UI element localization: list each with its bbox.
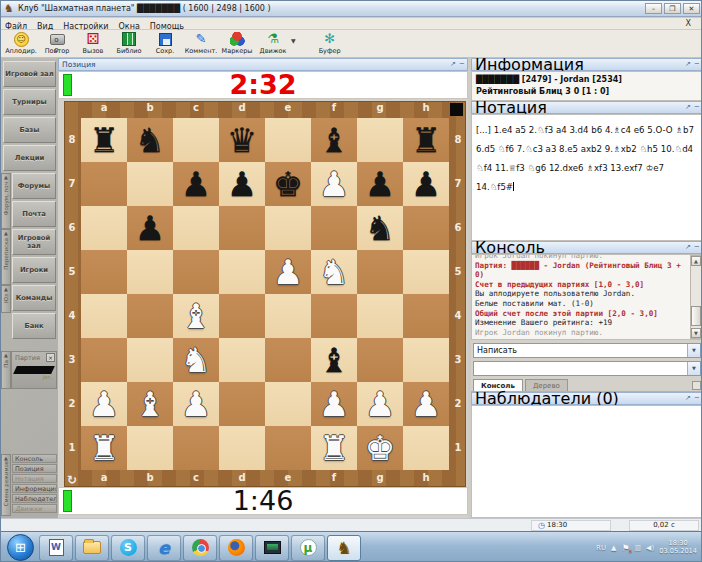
toolbar-button-label: Коммент. bbox=[185, 47, 218, 55]
collapsed-tab-label: Па bbox=[3, 360, 9, 368]
start-button[interactable]: ⊞ bbox=[7, 534, 34, 561]
white-clock-time: 1:46 bbox=[59, 485, 467, 516]
collapsed-tab-4[interactable]: ▲Па bbox=[1, 351, 11, 389]
toolbar-button-[interactable]: ⚗Движок bbox=[255, 31, 291, 57]
tabs-mini-button[interactable] bbox=[692, 381, 701, 390]
toolbar-button-label: Маркеры bbox=[222, 47, 253, 55]
white-piece-n-c3[interactable]: ♞ bbox=[173, 338, 219, 382]
square-h8[interactable]: ♜ bbox=[403, 118, 449, 162]
board-grid: ♜♞♛♝♜♟♟♚♟♟♟♟♞♟♞♝♞♝♟♝♟♟♟♟♜♜♚ bbox=[81, 118, 449, 470]
game-tab-opponent: Jor.. bbox=[12, 374, 56, 380]
rank-label-right-2: 2 bbox=[452, 382, 464, 426]
hidden-icons-button[interactable]: ▲ bbox=[611, 544, 616, 552]
rank-label-left-6: 6 bbox=[66, 206, 78, 250]
file-label-bottom-g: g bbox=[357, 472, 403, 483]
square-f4[interactable] bbox=[311, 294, 357, 338]
square-g1[interactable]: ♚ bbox=[357, 426, 403, 470]
black-piece-q-d8[interactable]: ♛ bbox=[219, 118, 265, 162]
collapsed-tab-1[interactable]: ▲Форум, поч bbox=[1, 173, 11, 229]
puzzle-icon: ✻ bbox=[324, 31, 335, 47]
rank-label-right-4: 4 bbox=[452, 294, 464, 338]
black-piece-p-h7[interactable]: ♟ bbox=[403, 162, 449, 206]
white-piece-p-e5[interactable]: ♟ bbox=[265, 250, 311, 294]
toolbar-button-[interactable]: ⚄Вызов bbox=[75, 31, 111, 57]
collapsed-tab-label: Юз bbox=[3, 294, 9, 303]
undock-icon[interactable]: ↗ bbox=[685, 394, 691, 403]
toolbar-button-[interactable]: ✻Буфер bbox=[312, 31, 348, 57]
collapse-arrow-icon: ▲ bbox=[4, 286, 8, 292]
app-icon: ♞ bbox=[4, 3, 14, 14]
square-e7[interactable]: ♚ bbox=[265, 162, 311, 206]
square-b5[interactable] bbox=[127, 250, 173, 294]
square-g7[interactable]: ♟ bbox=[357, 162, 403, 206]
robot-icon: o o bbox=[50, 34, 65, 45]
taskbar-skype-button[interactable]: S bbox=[111, 535, 145, 561]
square-a3[interactable] bbox=[81, 338, 127, 382]
square-e8[interactable] bbox=[265, 118, 311, 162]
mode-switcher-label: Смена режимов bbox=[3, 461, 9, 506]
maximize-button[interactable]: ❐ bbox=[664, 3, 681, 14]
square-d1[interactable] bbox=[219, 426, 265, 470]
toolbar-button-label: Сохр. bbox=[156, 47, 175, 55]
square-b1[interactable] bbox=[127, 426, 173, 470]
square-c6[interactable] bbox=[173, 206, 219, 250]
square-g5[interactable] bbox=[357, 250, 403, 294]
statusbar: ◷ 18:30 0,02 с bbox=[1, 518, 702, 531]
mode-item-позиция[interactable]: Позиция bbox=[12, 464, 57, 473]
position-panel: Позиция ↗ ─ 2:32 ♜♞♛♝♜♟♟♚♟♟♟♟♞♟♞♝♞♝♟♝♟♟♟… bbox=[58, 58, 468, 518]
tray-date: 03.05.2014 bbox=[659, 547, 697, 555]
collapsed-tab-label: Переписка bbox=[3, 238, 9, 270]
info-panel-header: Информация ↗─ bbox=[471, 58, 702, 71]
toolbar-button-[interactable]: o oПовтор bbox=[39, 31, 75, 57]
window-title: Клуб "Шахматная планета" ███████ ( 1600 … bbox=[18, 4, 271, 13]
taskbar-monitor-button[interactable] bbox=[255, 535, 289, 561]
sidebar-item-игровой-зал[interactable]: Игровой зал bbox=[12, 229, 56, 255]
square-a5[interactable] bbox=[81, 250, 127, 294]
console-line: Партия: ██████ - Jordan (Рейтинговый Бли… bbox=[475, 261, 688, 280]
taskbar-folder-button[interactable] bbox=[75, 535, 109, 561]
square-c2[interactable]: ♟ bbox=[173, 382, 219, 426]
collapse-icon[interactable]: ─ bbox=[695, 60, 699, 69]
sidebar-item-форумы[interactable]: Форумы bbox=[12, 173, 56, 199]
rank-label-left-8: 8 bbox=[66, 118, 78, 162]
console-output: Игрок Jordan покинул партию.Партия: ████… bbox=[471, 254, 702, 340]
taskbar-chrome-button[interactable] bbox=[183, 535, 217, 561]
black-piece-p-d7[interactable]: ♟ bbox=[219, 162, 265, 206]
white-piece-k-g1[interactable]: ♚ bbox=[357, 426, 403, 470]
white-piece-p-h2[interactable]: ♟ bbox=[403, 382, 449, 426]
file-label-bottom-a: a bbox=[81, 472, 127, 483]
toolbar-button-label: Аплодир. bbox=[5, 47, 37, 55]
chess-club-window: ♞ Клуб "Шахматная планета" ███████ ( 160… bbox=[0, 0, 702, 562]
square-h7[interactable]: ♟ bbox=[403, 162, 449, 206]
square-d3[interactable] bbox=[219, 338, 265, 382]
square-a8[interactable]: ♜ bbox=[81, 118, 127, 162]
square-e6[interactable] bbox=[265, 206, 311, 250]
square-c3[interactable]: ♞ bbox=[173, 338, 219, 382]
status-time-cell: ◷ 18:30 bbox=[531, 520, 611, 531]
scroll-down-icon[interactable]: ▼ bbox=[691, 328, 701, 338]
square-d8[interactable]: ♛ bbox=[219, 118, 265, 162]
toolbar-button-[interactable]: ☺Аплодир. bbox=[3, 31, 39, 57]
toolbar: ☺Аплодир.o oПовтор⚄ВызовБиблиоСохр.✎Комм… bbox=[1, 30, 702, 58]
square-f7[interactable]: ♟ bbox=[311, 162, 357, 206]
event-line: Рейтинговый Блиц 3 0 [1 : 0] bbox=[476, 86, 698, 98]
status-time: 18:30 bbox=[547, 521, 567, 530]
square-e5[interactable]: ♟ bbox=[265, 250, 311, 294]
black-piece-b-f3[interactable]: ♝ bbox=[311, 338, 357, 382]
collapsed-tab-3[interactable]: ▲Юз bbox=[1, 285, 11, 313]
position-panel-title: Позиция bbox=[62, 60, 96, 69]
ie-icon: e bbox=[158, 538, 170, 558]
utorrent-icon: µ bbox=[300, 539, 317, 556]
square-b7[interactable] bbox=[127, 162, 173, 206]
taskbar-firefox-button[interactable] bbox=[219, 535, 253, 561]
square-b4[interactable] bbox=[127, 294, 173, 338]
clock-icon: ◷ bbox=[538, 521, 545, 530]
collapse-icon[interactable]: ─ bbox=[695, 394, 699, 403]
minimize-button[interactable]: – bbox=[645, 3, 662, 14]
undock-icon[interactable]: ↗ bbox=[685, 243, 691, 252]
square-a1[interactable]: ♜ bbox=[81, 426, 127, 470]
white-piece-p-f7[interactable]: ♟ bbox=[311, 162, 357, 206]
chess-board: ♜♞♛♝♜♟♟♚♟♟♟♟♞♟♞♝♞♝♟♝♟♟♟♟♜♜♚ ↻ aabbccddee… bbox=[64, 101, 466, 487]
square-g6[interactable]: ♞ bbox=[357, 206, 403, 250]
square-e1[interactable] bbox=[265, 426, 311, 470]
flask-icon: ⚗ bbox=[267, 31, 279, 47]
toolbar-button-[interactable]: Библио bbox=[111, 31, 147, 57]
file-label-bottom-e: e bbox=[265, 472, 311, 483]
right-panel: Информация ↗─ ███████ [2479] - Jordan [2… bbox=[471, 58, 702, 518]
console-line: Белые поставили мат. (1-0) bbox=[475, 299, 688, 309]
folder-icon bbox=[83, 541, 101, 554]
collapsed-tab-label: Форум, поч bbox=[3, 182, 9, 215]
mode-switcher-strip[interactable]: ▲ Смена режимов bbox=[1, 454, 11, 516]
collapse-arrow-icon: ▲ bbox=[4, 174, 8, 180]
books-icon bbox=[122, 32, 136, 46]
file-label-top-b: b bbox=[127, 102, 173, 113]
black-piece-r-a8[interactable]: ♜ bbox=[81, 118, 127, 162]
sidebar-item-почта[interactable]: Почта bbox=[12, 201, 56, 227]
square-a7[interactable] bbox=[81, 162, 127, 206]
sidebar-item-игроки[interactable]: Игроки bbox=[12, 257, 56, 283]
square-b2[interactable]: ♝ bbox=[127, 382, 173, 426]
white-piece-p-g2[interactable]: ♟ bbox=[357, 382, 403, 426]
square-d6[interactable] bbox=[219, 206, 265, 250]
monitor-icon bbox=[264, 541, 281, 554]
smiley-icon: ☺ bbox=[14, 32, 29, 47]
taskbar: ⊞ WSeµ♞ RU ▲ ⚑ ▥ ◀) 18:30 03.05.2014 bbox=[1, 531, 702, 562]
sidebar-item-лекции[interactable]: Лекции bbox=[3, 145, 56, 171]
square-a4[interactable] bbox=[81, 294, 127, 338]
file-label-bottom-c: c bbox=[173, 472, 219, 483]
black-piece-n-g6[interactable]: ♞ bbox=[357, 206, 403, 250]
console-scrollbar[interactable]: ▲ ▼ bbox=[690, 255, 702, 339]
square-d5[interactable] bbox=[219, 250, 265, 294]
mode-switcher: ▲ Смена режимов КонсольПозицияНотацияИнф… bbox=[1, 454, 58, 516]
console-panel-header: Консоль ↗─ bbox=[471, 241, 702, 254]
taskbar-word-button[interactable]: W bbox=[39, 535, 73, 561]
square-b3[interactable] bbox=[127, 338, 173, 382]
file-label-bottom-f: f bbox=[311, 472, 357, 483]
black-piece-p-g7[interactable]: ♟ bbox=[357, 162, 403, 206]
mode-item-движки[interactable]: Движки bbox=[12, 504, 57, 513]
black-piece-p-b6[interactable]: ♟ bbox=[127, 206, 173, 250]
info-panel-body: ███████ [2479] - Jordan [2534] Рейтингов… bbox=[471, 71, 702, 101]
undock-icon[interactable]: ↗ bbox=[685, 60, 691, 69]
toolbar-button-[interactable]: Маркеры bbox=[219, 31, 255, 57]
square-f1[interactable]: ♜ bbox=[311, 426, 357, 470]
volume-icon[interactable]: ◀) bbox=[646, 544, 654, 552]
observers-list bbox=[471, 405, 702, 518]
white-clock: 1:46 bbox=[58, 487, 468, 515]
square-g4[interactable] bbox=[357, 294, 403, 338]
white-piece-p-f2[interactable]: ♟ bbox=[311, 382, 357, 426]
engine-dropdown-icon[interactable]: ▼ bbox=[291, 37, 296, 44]
notation-panel-header: Нотация ↗─ bbox=[471, 101, 702, 114]
square-e3[interactable] bbox=[265, 338, 311, 382]
white-piece-p-a2[interactable]: ♟ bbox=[81, 382, 127, 426]
scrollbar-thumb[interactable] bbox=[691, 306, 701, 326]
file-label-top-a: a bbox=[81, 102, 127, 113]
rank-label-right-3: 3 bbox=[452, 338, 464, 382]
file-label-top-h: h bbox=[403, 102, 449, 113]
file-label-bottom-d: d bbox=[219, 472, 265, 483]
console-line: Изменение Вашего рейтинга: +19 bbox=[475, 318, 688, 328]
white-piece-b-b2[interactable]: ♝ bbox=[127, 382, 173, 426]
rank-label-right-8: 8 bbox=[452, 118, 464, 162]
collapse-icon[interactable]: ─ bbox=[695, 243, 699, 252]
sidebar: Партия × Jor.. ▲ Смена режимов КонсольПо… bbox=[1, 58, 58, 518]
network-icon[interactable]: ▥ bbox=[634, 544, 641, 552]
toolbar-button-label: Вызов bbox=[83, 47, 104, 55]
white-piece-b-c4[interactable]: ♝ bbox=[173, 294, 219, 338]
black-piece-n-b8[interactable]: ♞ bbox=[127, 118, 173, 162]
square-h5[interactable] bbox=[403, 250, 449, 294]
taskbar-utorrent-button[interactable]: µ bbox=[291, 535, 325, 561]
rank-label-right-1: 1 bbox=[452, 426, 464, 470]
toolbar-button-label: Повтор bbox=[45, 47, 70, 55]
notation-panel-body[interactable]: [...] 1.e4 a5 2.♘f3 a4 3.d4 b6 4.♗c4 e6 … bbox=[471, 114, 702, 241]
file-label-top-g: g bbox=[357, 102, 403, 113]
floppy-icon bbox=[159, 33, 172, 46]
square-g2[interactable]: ♟ bbox=[357, 382, 403, 426]
menubar: ФайлВидНастройкиОкнаПомощь X bbox=[1, 18, 702, 30]
move-list: [...] 1.e4 a5 2.♘f3 a4 3.d4 b6 4.♗c4 e6 … bbox=[476, 125, 694, 192]
pencil-icon: ✎ bbox=[196, 31, 207, 47]
square-f3[interactable]: ♝ bbox=[311, 338, 357, 382]
status-latency-cell: 0,02 с bbox=[629, 520, 699, 531]
white-piece-n-f5[interactable]: ♞ bbox=[311, 250, 357, 294]
square-a2[interactable]: ♟ bbox=[81, 382, 127, 426]
mode-item-консоль[interactable]: Консоль bbox=[12, 454, 57, 463]
action-center-flag-icon[interactable]: ⚑ bbox=[621, 543, 629, 553]
black-piece-r-h8[interactable]: ♜ bbox=[403, 118, 449, 162]
black-piece-b-f8[interactable]: ♝ bbox=[311, 118, 357, 162]
rgb-circles-icon bbox=[230, 32, 245, 46]
game-tab-label: Партия bbox=[15, 354, 40, 362]
system-tray: RU ▲ ⚑ ▥ ◀) 18:30 03.05.2014 bbox=[596, 540, 701, 555]
rank-label-right-5: 5 bbox=[452, 250, 464, 294]
chess-icon: ♞ bbox=[336, 538, 351, 558]
square-b8[interactable]: ♞ bbox=[127, 118, 173, 162]
players-line: ███████ [2479] - Jordan [2534] bbox=[476, 74, 698, 86]
square-h1[interactable] bbox=[403, 426, 449, 470]
taskbar-chess-button[interactable]: ♞ bbox=[327, 535, 361, 561]
game-tab[interactable]: Партия × Jor.. bbox=[11, 351, 57, 389]
undock-icon[interactable]: ↗ bbox=[450, 60, 456, 69]
rank-label-left-5: 5 bbox=[66, 250, 78, 294]
collapse-arrow-icon: ▲ bbox=[4, 352, 8, 358]
menu-close-button[interactable]: X bbox=[686, 19, 699, 28]
chrome-icon bbox=[192, 539, 209, 556]
square-a6[interactable] bbox=[81, 206, 127, 250]
square-h2[interactable]: ♟ bbox=[403, 382, 449, 426]
square-f6[interactable] bbox=[311, 206, 357, 250]
sidebar-item-игровой-зал[interactable]: Игровой зал bbox=[3, 61, 56, 87]
square-f5[interactable]: ♞ bbox=[311, 250, 357, 294]
rank-label-left-1: 1 bbox=[66, 426, 78, 470]
black-piece-k-e7[interactable]: ♚ bbox=[265, 162, 311, 206]
square-g8[interactable] bbox=[357, 118, 403, 162]
square-h6[interactable] bbox=[403, 206, 449, 250]
write-dropdown-value: Написать bbox=[474, 344, 700, 357]
square-f8[interactable]: ♝ bbox=[311, 118, 357, 162]
square-c1[interactable] bbox=[173, 426, 219, 470]
word-icon: W bbox=[49, 539, 64, 556]
square-c7[interactable]: ♟ bbox=[173, 162, 219, 206]
rank-label-left-4: 4 bbox=[66, 294, 78, 338]
black-piece-p-c7[interactable]: ♟ bbox=[173, 162, 219, 206]
toolbar-button-[interactable]: Сохр. bbox=[147, 31, 183, 57]
black-clock: 2:32 bbox=[58, 71, 468, 99]
console-line: Игрок Jordan покинул партию. bbox=[475, 328, 688, 338]
language-indicator[interactable]: RU bbox=[596, 544, 606, 552]
console-line: Вы аплодируете пользователю Jordan. bbox=[475, 289, 688, 299]
status-latency: 0,02 с bbox=[653, 521, 675, 530]
mode-item-нотация[interactable]: Нотация bbox=[12, 474, 57, 483]
file-label-top-e: e bbox=[265, 102, 311, 113]
console-line: Игрок Jordan покинул партию. bbox=[475, 254, 688, 261]
side-to-move-indicator bbox=[450, 103, 463, 116]
square-c5[interactable] bbox=[173, 250, 219, 294]
close-button[interactable]: ✕ bbox=[683, 3, 700, 14]
sidebar-item-банк[interactable]: Банк bbox=[12, 313, 56, 339]
collapse-arrow-icon: ▲ bbox=[4, 230, 8, 236]
square-d2[interactable] bbox=[219, 382, 265, 426]
square-f2[interactable]: ♟ bbox=[311, 382, 357, 426]
rank-label-left-2: 2 bbox=[66, 382, 78, 426]
undock-icon[interactable]: ↗ bbox=[685, 103, 691, 112]
collapse-icon[interactable]: ─ bbox=[460, 60, 464, 69]
text-cursor bbox=[513, 182, 514, 191]
collapse-icon[interactable]: ─ bbox=[695, 103, 699, 112]
file-label-bottom-h: h bbox=[403, 472, 449, 483]
square-c4[interactable]: ♝ bbox=[173, 294, 219, 338]
dice-icon: ⚄ bbox=[86, 31, 99, 47]
console-line: Счет в предыдущих партиях [1,0 - 3,0] bbox=[475, 280, 688, 290]
rank-label-right-7: 7 bbox=[452, 162, 464, 206]
black-clock-time: 2:32 bbox=[59, 69, 467, 100]
collapsed-tab-2[interactable]: ▲Переписка bbox=[1, 229, 11, 285]
square-d4[interactable] bbox=[219, 294, 265, 338]
toolbar-button-label: Буфер bbox=[319, 47, 341, 55]
skype-icon: S bbox=[120, 539, 137, 556]
chat-input[interactable]: ▼ bbox=[473, 361, 701, 376]
taskbar-ie-button[interactable]: e bbox=[147, 535, 181, 561]
firefox-icon bbox=[228, 539, 245, 556]
square-g3[interactable] bbox=[357, 338, 403, 382]
chevron-down-icon[interactable]: ▼ bbox=[687, 362, 700, 375]
mode-item-наблюдатели[interactable]: Наблюдатели bbox=[12, 494, 57, 503]
scroll-up-icon[interactable]: ▲ bbox=[691, 256, 701, 266]
toolbar-button-label: Библио bbox=[116, 47, 141, 55]
square-c8[interactable] bbox=[173, 118, 219, 162]
white-piece-r-a1[interactable]: ♜ bbox=[81, 426, 127, 470]
file-label-top-f: f bbox=[311, 102, 357, 113]
file-label-top-c: c bbox=[173, 102, 219, 113]
square-b6[interactable]: ♟ bbox=[127, 206, 173, 250]
chevron-down-icon[interactable]: ▼ bbox=[687, 344, 700, 357]
game-tab-close-icon[interactable]: × bbox=[46, 353, 55, 362]
rank-label-left-7: 7 bbox=[66, 162, 78, 206]
square-e4[interactable] bbox=[265, 294, 311, 338]
rank-label-right-6: 6 bbox=[452, 206, 464, 250]
tray-clock[interactable]: 18:30 03.05.2014 bbox=[659, 540, 697, 555]
white-piece-p-c2[interactable]: ♟ bbox=[173, 382, 219, 426]
toolbar-button-label: Движок bbox=[260, 47, 287, 55]
write-dropdown[interactable]: Написать ▼ bbox=[473, 343, 701, 358]
toolbar-button-[interactable]: ✎Коммент. bbox=[183, 31, 219, 57]
mode-item-информация[interactable]: Информация bbox=[12, 484, 57, 493]
observers-panel-header: Наблюдатели (0) ↗─ bbox=[471, 392, 702, 405]
rank-label-left-3: 3 bbox=[66, 338, 78, 382]
square-d7[interactable]: ♟ bbox=[219, 162, 265, 206]
square-h4[interactable] bbox=[403, 294, 449, 338]
white-piece-r-f1[interactable]: ♜ bbox=[311, 426, 357, 470]
sidebar-item-базы[interactable]: Базы bbox=[3, 117, 56, 143]
file-label-top-d: d bbox=[219, 102, 265, 113]
console-line: Общий счет после этой партии [2,0 - 3,0] bbox=[475, 309, 688, 319]
square-e2[interactable] bbox=[265, 382, 311, 426]
sidebar-item-команды[interactable]: Команды bbox=[12, 285, 56, 311]
redacted-player-name bbox=[13, 366, 55, 374]
square-h3[interactable] bbox=[403, 338, 449, 382]
sidebar-item-турниры[interactable]: Турниры bbox=[3, 89, 56, 115]
file-label-bottom-b: b bbox=[127, 472, 173, 483]
